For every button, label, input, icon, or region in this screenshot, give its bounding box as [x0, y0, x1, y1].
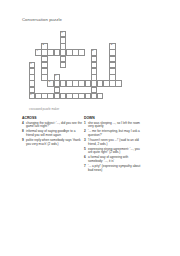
across-clues: ACROSS 4changing the subject: '..., did … — [22, 116, 82, 148]
clue-item-text: polite reply when somebody says 'thank y… — [26, 139, 82, 146]
clue-item: 9polite reply when somebody says 'thank … — [22, 139, 82, 146]
page-title: Conversation puzzle — [22, 17, 62, 22]
across-header: ACROSS — [22, 116, 82, 120]
clue-number: 3 — [111, 44, 112, 47]
clue-item-text: changing the subject: '..., did you see … — [26, 122, 82, 129]
clue-item: 5expressing strong agreement: '..., you … — [84, 148, 144, 155]
down-header: DOWN — [84, 116, 144, 120]
clue-item: 2'... me for interrupting, but may I ask… — [84, 130, 144, 137]
clue-item: 8informal way of saying goodbye to a fri… — [22, 130, 82, 137]
clue-item: 1she was sleeping ..., so I left the roo… — [84, 122, 144, 129]
down-clues: DOWN 1she was sleeping ..., so I left th… — [84, 116, 144, 174]
clue-number: 5 — [92, 50, 93, 53]
clue-item-text: expressing strong agreement: '..., you a… — [88, 148, 144, 155]
clue-item-text: she was sleeping ..., so I left the room… — [88, 122, 144, 129]
clue-item: 3'I haven't seen you ...!' (said to an o… — [84, 139, 144, 146]
clue-number: 4 — [36, 50, 37, 53]
clue-number: 1 — [61, 32, 62, 35]
clue-number: 6 — [30, 63, 31, 66]
worksheet-page: { "game": "crossword", "page": { "title"… — [0, 0, 180, 256]
clue-item-text: a formal way of agreeing with somebody: … — [88, 156, 144, 163]
credit-line: crossword puzzle maker — [29, 107, 59, 111]
clue-item-text: informal way of saying goodbye to a frie… — [26, 130, 82, 137]
crossword-grid: 123456789 — [29, 31, 122, 99]
clue-item: 4changing the subject: '..., did you see… — [22, 122, 82, 129]
clue-number: 9 — [30, 94, 31, 97]
clue-item: 6a formal way of agreeing with somebody:… — [84, 156, 144, 163]
clue-item-text: 'I haven't seen you ...!' (said to an ol… — [88, 139, 144, 146]
clue-item-text: '... me for interrupting, but may I ask … — [88, 130, 144, 137]
clue-number: 8 — [49, 81, 50, 84]
clue-number: 2 — [43, 44, 44, 47]
crossword-blocked-cell — [116, 93, 122, 99]
clue-item: 7'... a pity!' (expressing sympathy abou… — [84, 165, 144, 172]
clue-number: 7 — [55, 75, 56, 78]
clue-item-text: '... a pity!' (expressing sympathy about… — [88, 165, 144, 172]
